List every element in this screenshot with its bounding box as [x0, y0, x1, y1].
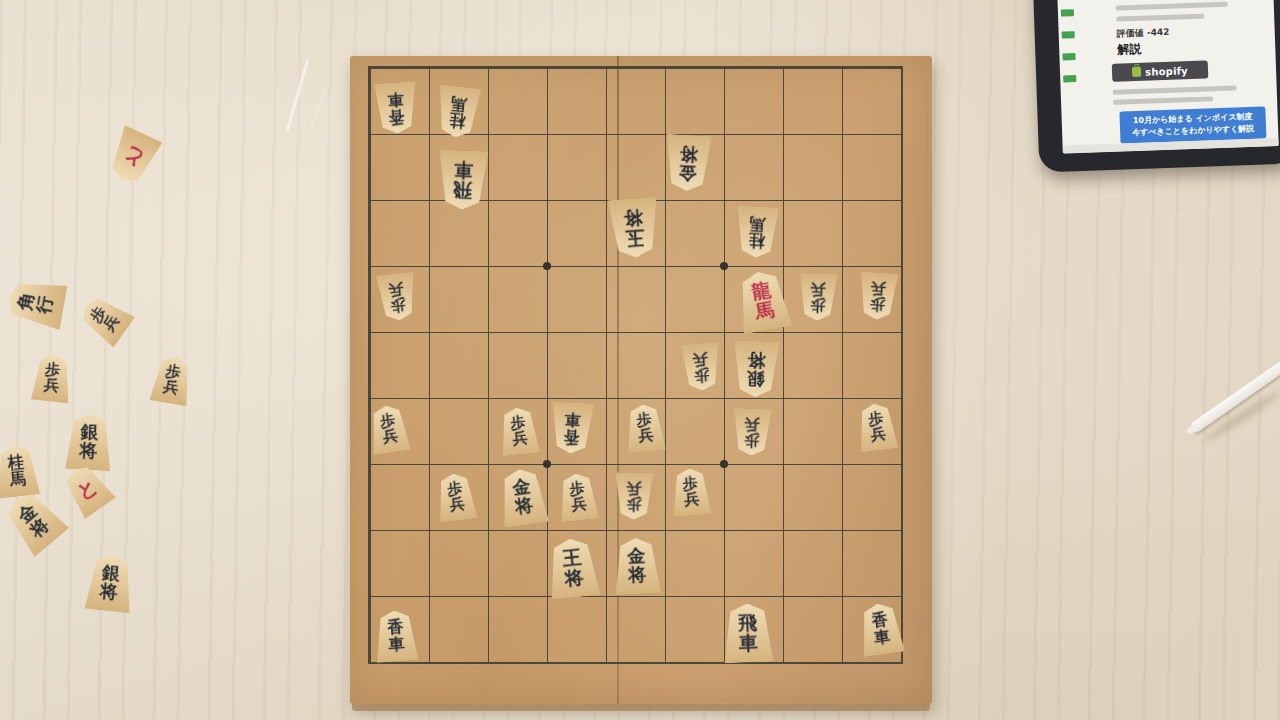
piece-silver[interactable]: 銀将: [64, 413, 114, 471]
piece-knight[interactable]: 桂馬: [434, 84, 482, 139]
piece-pawn[interactable]: 歩兵: [614, 472, 654, 520]
wood-table: 香車桂馬飛車金将玉将桂馬歩兵龍馬歩兵歩兵歩兵銀将歩兵歩兵香車歩兵歩兵歩兵歩兵金将…: [0, 0, 1280, 720]
green-label: [1061, 9, 1074, 16]
piece-lance[interactable]: 香車: [549, 401, 595, 454]
piece-pawn[interactable]: 歩兵: [680, 342, 722, 392]
piece-lance[interactable]: 香車: [373, 609, 419, 663]
tablet: 評価値 -442 解説 shopify 10月から始まる インボイス制度 今すべ…: [1033, 0, 1280, 172]
ad-banner: 10月から始まる インボイス制度 今すべきことをわかりやすく解説: [1119, 106, 1266, 143]
text-line: [1116, 14, 1204, 22]
piece-knight[interactable]: 桂馬: [734, 205, 780, 258]
piece-promoted-pawn[interactable]: と: [103, 125, 164, 189]
piece-bishop[interactable]: 角行: [4, 275, 67, 331]
piece-pawn[interactable]: 歩兵: [855, 401, 899, 452]
piece-silver[interactable]: 銀将: [84, 553, 137, 614]
piece-gold[interactable]: 金将: [612, 537, 662, 595]
piece-rook[interactable]: 飛車: [721, 603, 774, 664]
piece-king[interactable]: 王将: [545, 536, 602, 600]
piece-silver[interactable]: 銀将: [732, 340, 781, 398]
green-label: [1062, 31, 1075, 38]
piece-king[interactable]: 玉将: [607, 197, 662, 259]
piece-pawn[interactable]: 歩兵: [857, 271, 899, 321]
piece-knight[interactable]: 桂馬: [0, 443, 41, 498]
piece-pawn[interactable]: 歩兵: [798, 273, 839, 321]
piece-pawn[interactable]: 歩兵: [556, 472, 600, 523]
piece-pawn[interactable]: 歩兵: [497, 406, 541, 457]
green-label: [1062, 53, 1075, 60]
piece-pawn[interactable]: 歩兵: [30, 353, 74, 404]
piece-pawn[interactable]: 歩兵: [75, 290, 136, 349]
evaluation-text: 評価値 -442: [1116, 26, 1169, 41]
piece-pawn[interactable]: 歩兵: [732, 408, 773, 456]
piece-pawn[interactable]: 歩兵: [366, 403, 411, 455]
commentary-heading: 解説: [1117, 41, 1142, 59]
piece-pawn[interactable]: 歩兵: [624, 403, 667, 453]
text-line: [1116, 2, 1228, 11]
piece-gold[interactable]: 金将: [496, 466, 550, 528]
piece-pawn[interactable]: 歩兵: [149, 353, 196, 406]
piece-pawn[interactable]: 歩兵: [434, 471, 478, 522]
piece-promoted-bishop[interactable]: 龍馬: [733, 268, 793, 335]
text-line: [1113, 96, 1213, 104]
piece-lance[interactable]: 香車: [856, 601, 906, 657]
shopify-logo: shopify: [1112, 60, 1209, 81]
green-label: [1063, 75, 1076, 82]
shopping-bag-icon: [1132, 67, 1141, 77]
tablet-screen: 評価値 -442 解説 shopify 10月から始まる インボイス制度 今すべ…: [1057, 0, 1278, 154]
text-line: [1113, 85, 1237, 94]
piece-pawn[interactable]: 歩兵: [375, 272, 419, 323]
brand-name: shopify: [1145, 65, 1188, 77]
piece-lance[interactable]: 香車: [373, 81, 419, 134]
piece-rook[interactable]: 飛車: [436, 150, 489, 211]
piece-gold[interactable]: 金将: [663, 134, 713, 192]
piece-pawn[interactable]: 歩兵: [670, 467, 712, 517]
